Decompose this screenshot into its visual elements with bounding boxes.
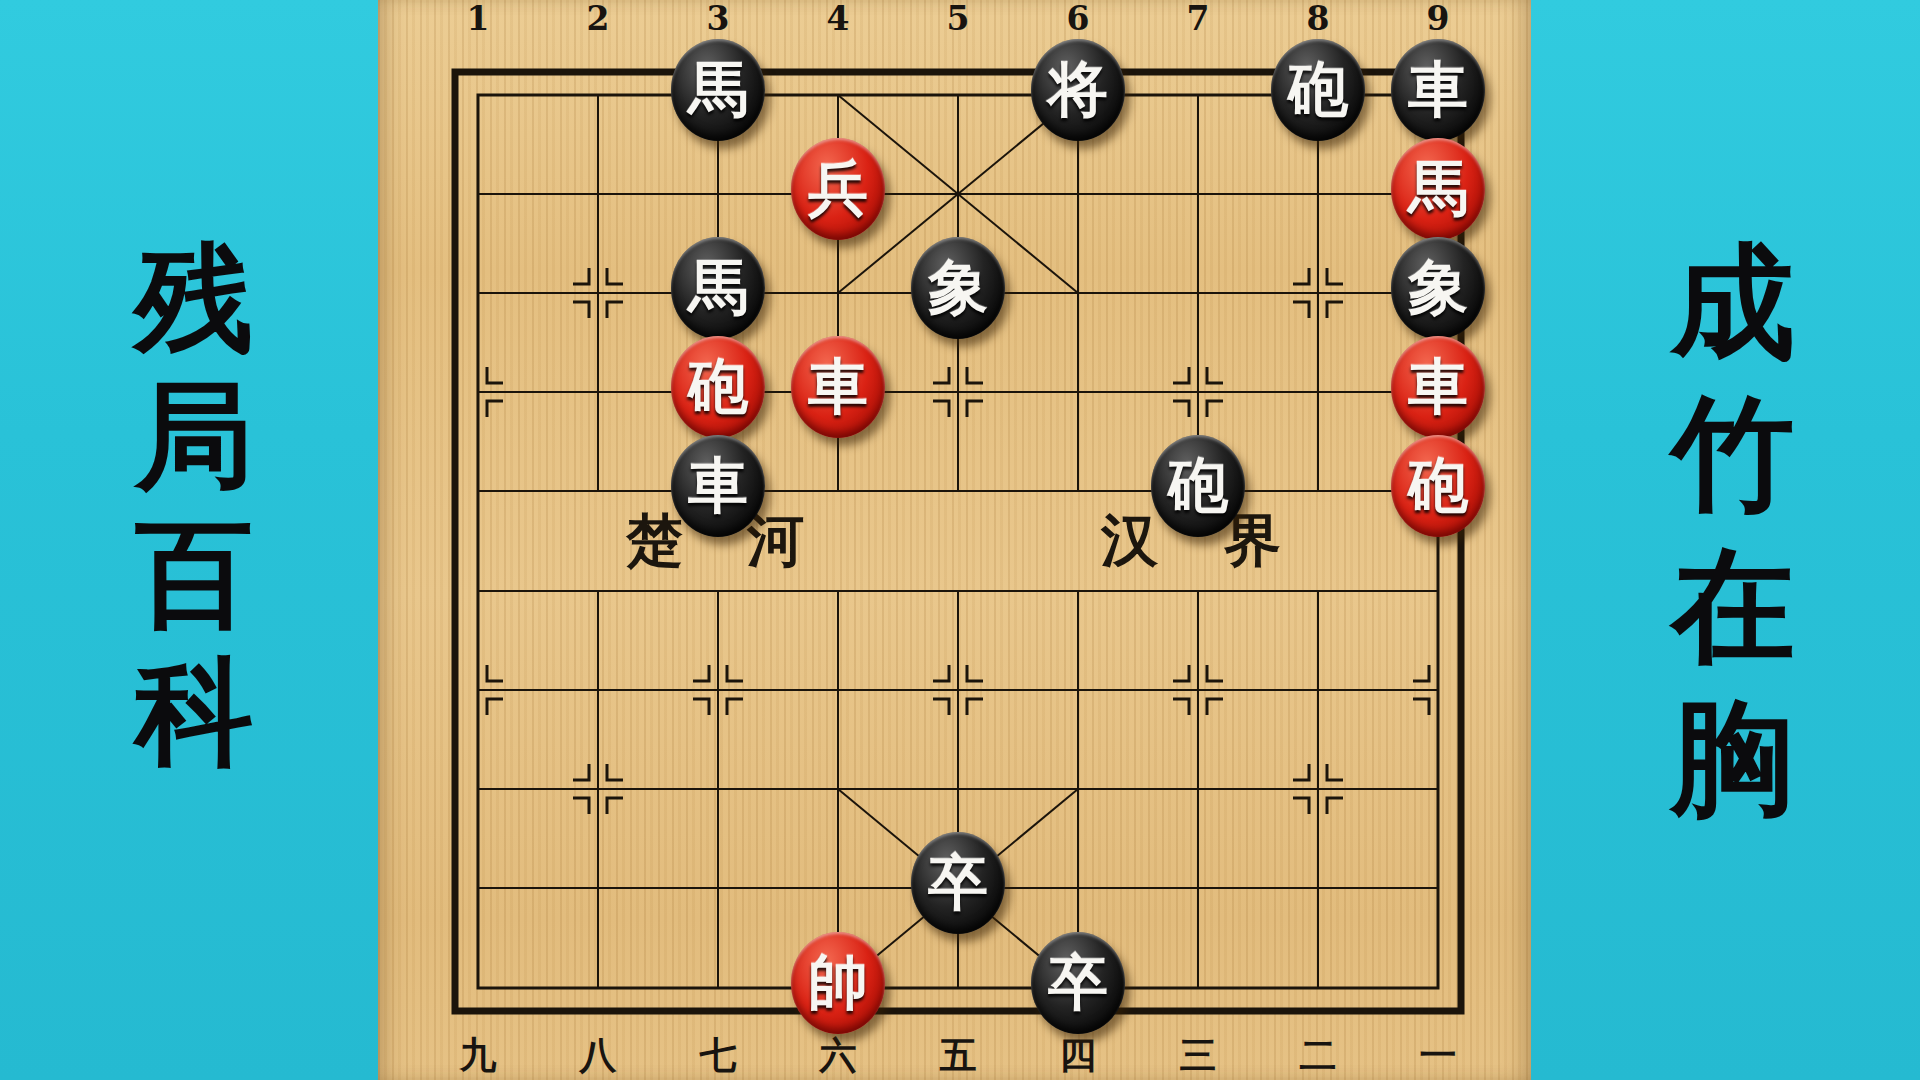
file-label-bottom-6: 四 <box>1048 1032 1108 1078</box>
point-marker <box>573 798 589 814</box>
piece-red-chariot[interactable]: 車 <box>791 336 885 438</box>
file-label-bottom-7: 三 <box>1168 1032 1228 1078</box>
point-marker <box>1173 367 1189 383</box>
piece-black-horse[interactable]: 馬 <box>671 237 765 339</box>
file-label-top-8: 8 <box>1288 0 1348 38</box>
piece-black-horse[interactable]: 馬 <box>671 39 765 141</box>
point-marker <box>487 665 503 681</box>
piece-glyph: 馬 <box>688 248 748 329</box>
point-marker <box>693 699 709 715</box>
banner-char: 成 <box>1671 226 1795 378</box>
piece-glyph: 馬 <box>1408 149 1468 230</box>
file-label-bottom-3: 七 <box>688 1032 748 1078</box>
banner-char: 残 <box>135 229 253 367</box>
piece-glyph: 砲 <box>1288 50 1348 131</box>
piece-black-soldier[interactable]: 卒 <box>1031 932 1125 1034</box>
point-marker <box>967 401 983 417</box>
point-marker <box>573 764 589 780</box>
point-marker <box>607 798 623 814</box>
file-label-top-7: 7 <box>1168 0 1228 38</box>
point-marker <box>487 401 503 417</box>
point-marker <box>933 401 949 417</box>
point-marker <box>1327 268 1343 284</box>
piece-glyph: 将 <box>1048 50 1108 131</box>
point-marker <box>727 665 743 681</box>
piece-black-cannon[interactable]: 砲 <box>1151 435 1245 537</box>
right-banner-text: 成 竹 在 胸 <box>1658 226 1808 834</box>
file-label-bottom-1: 九 <box>448 1032 508 1078</box>
file-label-top-1: 1 <box>448 0 508 38</box>
point-marker <box>1327 302 1343 318</box>
piece-glyph: 車 <box>1408 50 1468 131</box>
point-marker <box>607 302 623 318</box>
banner-char: 在 <box>1671 530 1795 682</box>
file-label-bottom-9: 一 <box>1408 1032 1468 1078</box>
point-marker <box>693 665 709 681</box>
point-marker <box>1293 798 1309 814</box>
file-label-top-2: 2 <box>568 0 628 38</box>
point-marker <box>967 367 983 383</box>
river-char: 汉 <box>1101 508 1158 572</box>
piece-black-chariot[interactable]: 車 <box>671 435 765 537</box>
file-label-bottom-4: 六 <box>808 1032 868 1078</box>
banner-char: 竹 <box>1671 378 1795 530</box>
piece-red-chariot[interactable]: 車 <box>1391 336 1485 438</box>
piece-glyph: 砲 <box>1408 446 1468 527</box>
piece-red-soldier[interactable]: 兵 <box>791 138 885 240</box>
piece-red-general[interactable]: 帥 <box>791 932 885 1034</box>
piece-glyph: 兵 <box>808 149 868 230</box>
file-label-top-5: 5 <box>928 0 988 38</box>
river-char: 河 <box>747 508 804 572</box>
piece-glyph: 車 <box>808 347 868 428</box>
point-marker <box>1173 699 1189 715</box>
piece-glyph: 馬 <box>688 50 748 131</box>
piece-glyph: 象 <box>1408 248 1468 329</box>
point-marker <box>1207 367 1223 383</box>
left-banner-text: 残 局 百 科 <box>124 229 264 781</box>
point-marker <box>1207 401 1223 417</box>
point-marker <box>727 699 743 715</box>
point-marker <box>933 367 949 383</box>
piece-black-soldier[interactable]: 卒 <box>911 832 1005 934</box>
file-label-bottom-5: 五 <box>928 1032 988 1078</box>
point-marker <box>1207 699 1223 715</box>
piece-glyph: 帥 <box>808 943 868 1024</box>
file-label-bottom-2: 八 <box>568 1032 628 1078</box>
point-marker <box>1207 665 1223 681</box>
point-marker <box>967 665 983 681</box>
point-marker <box>1327 798 1343 814</box>
piece-black-elephant[interactable]: 象 <box>911 237 1005 339</box>
piece-black-elephant[interactable]: 象 <box>1391 237 1485 339</box>
piece-red-cannon[interactable]: 砲 <box>671 336 765 438</box>
point-marker <box>487 367 503 383</box>
point-marker <box>933 665 949 681</box>
screenshot-stage: 123456789 九八七六五四三二一 楚 河 汉 界 馬将砲車兵馬馬象象砲車車… <box>0 0 1920 1080</box>
piece-glyph: 砲 <box>688 347 748 428</box>
point-marker <box>1293 268 1309 284</box>
piece-red-cannon[interactable]: 砲 <box>1391 435 1485 537</box>
point-marker <box>607 268 623 284</box>
banner-char: 百 <box>135 505 253 643</box>
piece-black-cannon[interactable]: 砲 <box>1271 39 1365 141</box>
piece-glyph: 車 <box>1408 347 1468 428</box>
banner-char: 科 <box>135 643 253 781</box>
river-char: 楚 <box>626 508 683 572</box>
piece-glyph: 車 <box>688 446 748 527</box>
point-marker <box>1293 302 1309 318</box>
file-label-top-9: 9 <box>1408 0 1468 38</box>
point-marker <box>607 764 623 780</box>
point-marker <box>573 268 589 284</box>
banner-char: 胸 <box>1671 682 1795 834</box>
file-label-top-3: 3 <box>688 0 748 38</box>
file-label-top-6: 6 <box>1048 0 1108 38</box>
banner-char: 局 <box>135 367 253 505</box>
point-marker <box>933 699 949 715</box>
point-marker <box>1413 699 1429 715</box>
point-marker <box>1327 764 1343 780</box>
file-label-top-4: 4 <box>808 0 868 38</box>
point-marker <box>1293 764 1309 780</box>
file-label-bottom-8: 二 <box>1288 1032 1348 1078</box>
point-marker <box>967 699 983 715</box>
piece-glyph: 象 <box>928 248 988 329</box>
piece-black-chariot[interactable]: 車 <box>1391 39 1485 141</box>
piece-glyph: 卒 <box>1048 943 1108 1024</box>
point-marker <box>1173 665 1189 681</box>
piece-black-general[interactable]: 将 <box>1031 39 1125 141</box>
piece-glyph: 卒 <box>928 843 988 924</box>
piece-red-horse[interactable]: 馬 <box>1391 138 1485 240</box>
point-marker <box>1173 401 1189 417</box>
point-marker <box>487 699 503 715</box>
point-marker <box>1413 665 1429 681</box>
point-marker <box>573 302 589 318</box>
piece-glyph: 砲 <box>1168 446 1228 527</box>
